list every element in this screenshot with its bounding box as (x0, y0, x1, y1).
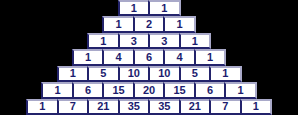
cell-r1-c1: 1 (118, 0, 151, 16)
triangle-row-5: 15101051 (0, 66, 298, 82)
cell-r4-c3: 6 (133, 49, 166, 65)
cell-r3-c3: 3 (148, 33, 181, 49)
cell-r5-c6: 1 (209, 66, 242, 82)
cell-r5-c3: 10 (118, 66, 151, 82)
cell-r5-c5: 5 (179, 66, 212, 82)
cell-r7-c4: 35 (118, 99, 151, 115)
cell-r2-c2: 2 (133, 16, 166, 32)
cell-r6-c2: 6 (72, 82, 105, 98)
cell-r3-c2: 3 (118, 33, 151, 49)
cell-r4-c1: 1 (72, 49, 105, 65)
cell-r3-c4: 1 (179, 33, 212, 49)
cell-r7-c7: 7 (209, 99, 242, 115)
pascals-triangle-diagram: 1112113311464115101051161520156117213535… (0, 0, 298, 115)
cell-r4-c4: 4 (163, 49, 196, 65)
cell-r7-c2: 7 (57, 99, 90, 115)
cell-r6-c6: 6 (194, 82, 227, 98)
cell-r6-c3: 15 (102, 82, 135, 98)
cell-r1-c2: 1 (148, 0, 181, 16)
cell-r2-c1: 1 (102, 16, 135, 32)
cell-r6-c1: 1 (41, 82, 74, 98)
triangle-row-7: 172135352171 (0, 99, 298, 115)
cell-r6-c7: 1 (224, 82, 257, 98)
cell-r3-c1: 1 (87, 33, 120, 49)
cell-r6-c4: 20 (133, 82, 166, 98)
cell-r5-c1: 1 (57, 66, 90, 82)
cell-r7-c1: 1 (26, 99, 59, 115)
triangle-row-3: 1331 (0, 33, 298, 49)
cell-r6-c5: 15 (163, 82, 196, 98)
cell-r4-c2: 4 (102, 49, 135, 65)
cell-r7-c6: 21 (179, 99, 212, 115)
cell-r4-c5: 1 (194, 49, 227, 65)
triangle-row-4: 14641 (0, 49, 298, 65)
triangle-row-1: 11 (0, 0, 298, 16)
cell-r7-c8: 1 (240, 99, 273, 115)
cell-r2-c3: 1 (163, 16, 196, 32)
triangle-row-6: 1615201561 (0, 82, 298, 98)
triangle-row-2: 121 (0, 16, 298, 32)
triangle-grid: 1112113311464115101051161520156117213535… (0, 0, 298, 115)
cell-r7-c3: 21 (87, 99, 120, 115)
cell-r7-c5: 35 (148, 99, 181, 115)
cell-r5-c2: 5 (87, 66, 120, 82)
cell-r5-c4: 10 (148, 66, 181, 82)
